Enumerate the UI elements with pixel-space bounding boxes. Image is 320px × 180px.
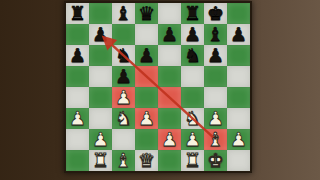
square-a3[interactable]: ♟ <box>66 108 89 129</box>
square-a8[interactable]: ♜ <box>66 3 89 24</box>
square-a2[interactable] <box>66 129 89 150</box>
square-c5[interactable]: ♟ <box>112 66 135 87</box>
square-g4[interactable] <box>204 87 227 108</box>
square-b1[interactable]: ♜ <box>89 150 112 171</box>
square-h1[interactable] <box>227 150 250 171</box>
square-e1[interactable] <box>158 150 181 171</box>
piece-black-pawn: ♟ <box>89 24 112 45</box>
piece-black-pawn: ♟ <box>135 45 158 66</box>
square-e3[interactable] <box>158 108 181 129</box>
square-g7[interactable]: ♝ <box>204 24 227 45</box>
square-f7[interactable]: ♟ <box>181 24 204 45</box>
square-c1[interactable]: ♝ <box>112 150 135 171</box>
square-a6[interactable]: ♟ <box>66 45 89 66</box>
chess-board: ♜♝♛♜♚♟♟♟♝♟♟♞♟♞♟♟♟♟♞♟♞♟♟♟♟♝♟♜♝♛♜♚ <box>64 1 252 173</box>
square-b6[interactable] <box>89 45 112 66</box>
piece-black-pawn: ♟ <box>227 24 250 45</box>
piece-black-pawn: ♟ <box>204 45 227 66</box>
square-g6[interactable]: ♟ <box>204 45 227 66</box>
piece-white-knight: ♞ <box>112 108 135 129</box>
piece-white-bishop: ♝ <box>112 150 135 171</box>
square-e5[interactable] <box>158 66 181 87</box>
square-d3[interactable]: ♟ <box>135 108 158 129</box>
square-e6[interactable] <box>158 45 181 66</box>
square-e4[interactable] <box>158 87 181 108</box>
square-d5[interactable] <box>135 66 158 87</box>
square-b7[interactable]: ♟ <box>89 24 112 45</box>
piece-black-knight: ♞ <box>112 45 135 66</box>
square-f3[interactable]: ♞ <box>181 108 204 129</box>
square-g5[interactable] <box>204 66 227 87</box>
square-d7[interactable] <box>135 24 158 45</box>
piece-white-king: ♚ <box>204 150 227 171</box>
square-c7[interactable] <box>112 24 135 45</box>
piece-black-pawn: ♟ <box>112 66 135 87</box>
piece-white-pawn: ♟ <box>135 108 158 129</box>
square-a4[interactable] <box>66 87 89 108</box>
square-e2[interactable]: ♟ <box>158 129 181 150</box>
square-d6[interactable]: ♟ <box>135 45 158 66</box>
video-frame: ♜♝♛♜♚♟♟♟♝♟♟♞♟♞♟♟♟♟♞♟♞♟♟♟♟♝♟♜♝♛♜♚ <box>0 0 320 180</box>
square-b4[interactable] <box>89 87 112 108</box>
square-h6[interactable] <box>227 45 250 66</box>
square-f1[interactable]: ♜ <box>181 150 204 171</box>
piece-black-bishop: ♝ <box>112 3 135 24</box>
square-a5[interactable] <box>66 66 89 87</box>
piece-white-pawn: ♟ <box>204 108 227 129</box>
square-d8[interactable]: ♛ <box>135 3 158 24</box>
square-f5[interactable] <box>181 66 204 87</box>
piece-black-pawn: ♟ <box>181 24 204 45</box>
square-f6[interactable]: ♞ <box>181 45 204 66</box>
square-c3[interactable]: ♞ <box>112 108 135 129</box>
piece-white-pawn: ♟ <box>181 129 204 150</box>
square-h4[interactable] <box>227 87 250 108</box>
piece-white-queen: ♛ <box>135 150 158 171</box>
piece-white-pawn: ♟ <box>227 129 250 150</box>
piece-black-bishop: ♝ <box>204 24 227 45</box>
square-h3[interactable] <box>227 108 250 129</box>
piece-black-queen: ♛ <box>135 3 158 24</box>
piece-white-rook: ♜ <box>89 150 112 171</box>
square-g1[interactable]: ♚ <box>204 150 227 171</box>
square-c4[interactable]: ♟ <box>112 87 135 108</box>
square-b2[interactable]: ♟ <box>89 129 112 150</box>
square-f2[interactable]: ♟ <box>181 129 204 150</box>
piece-black-pawn: ♟ <box>158 24 181 45</box>
square-e8[interactable] <box>158 3 181 24</box>
square-d4[interactable] <box>135 87 158 108</box>
square-g2[interactable]: ♝ <box>204 129 227 150</box>
square-b5[interactable] <box>89 66 112 87</box>
piece-black-rook: ♜ <box>181 3 204 24</box>
square-f8[interactable]: ♜ <box>181 3 204 24</box>
piece-black-pawn: ♟ <box>66 45 89 66</box>
piece-white-rook: ♜ <box>181 150 204 171</box>
square-a7[interactable] <box>66 24 89 45</box>
square-g3[interactable]: ♟ <box>204 108 227 129</box>
square-c6[interactable]: ♞ <box>112 45 135 66</box>
square-h2[interactable]: ♟ <box>227 129 250 150</box>
square-f4[interactable] <box>181 87 204 108</box>
piece-black-knight: ♞ <box>181 45 204 66</box>
piece-black-king: ♚ <box>204 3 227 24</box>
piece-white-pawn: ♟ <box>89 129 112 150</box>
square-d1[interactable]: ♛ <box>135 150 158 171</box>
square-h5[interactable] <box>227 66 250 87</box>
square-h7[interactable]: ♟ <box>227 24 250 45</box>
piece-white-pawn: ♟ <box>66 108 89 129</box>
square-g8[interactable]: ♚ <box>204 3 227 24</box>
piece-white-knight: ♞ <box>181 108 204 129</box>
piece-white-bishop: ♝ <box>204 129 227 150</box>
square-h8[interactable] <box>227 3 250 24</box>
piece-black-rook: ♜ <box>66 3 89 24</box>
square-e7[interactable]: ♟ <box>158 24 181 45</box>
square-a1[interactable] <box>66 150 89 171</box>
square-b8[interactable] <box>89 3 112 24</box>
square-c2[interactable] <box>112 129 135 150</box>
square-b3[interactable] <box>89 108 112 129</box>
square-d2[interactable] <box>135 129 158 150</box>
piece-white-pawn: ♟ <box>112 87 135 108</box>
piece-white-pawn: ♟ <box>158 129 181 150</box>
square-c8[interactable]: ♝ <box>112 3 135 24</box>
